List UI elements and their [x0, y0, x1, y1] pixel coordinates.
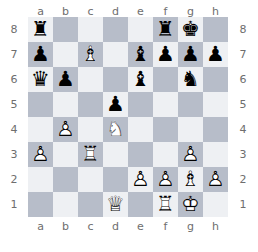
white-piece-outline: ♙	[156, 169, 175, 190]
square-g3[interactable]: ♟♙	[178, 142, 203, 167]
rank-label-right-6: 6	[228, 67, 258, 92]
square-c6[interactable]	[78, 67, 103, 92]
square-g4[interactable]	[178, 117, 203, 142]
square-g1[interactable]: ♚♔	[178, 192, 203, 217]
rank-label-right-3: 3	[228, 142, 258, 167]
square-h4[interactable]	[203, 117, 228, 142]
white-bishop-c7[interactable]: ♝♗	[78, 42, 103, 67]
black-pawn-a7[interactable]: ♟	[28, 42, 53, 67]
file-label-bottom-d: d	[103, 221, 128, 232]
square-d8[interactable]	[103, 17, 128, 42]
square-h5[interactable]	[203, 92, 228, 117]
file-label-top-a: a	[28, 6, 53, 17]
square-f3[interactable]	[153, 142, 178, 167]
file-label-bottom-e: e	[128, 221, 153, 232]
square-b4[interactable]: ♟♙	[53, 117, 78, 142]
white-piece-outline: ♖	[156, 194, 175, 215]
black-pawn-g7[interactable]: ♟	[178, 42, 203, 67]
black-bishop-e6[interactable]: ♝	[128, 67, 153, 92]
board: ♜♜♚♟♝♗♝♟♟♟♛♟♝♞♟♟♙♞♘♟♙♜♖♟♙♟♙♟♙♝♗♟♙♛♕♜♖♚♔	[28, 17, 228, 217]
white-piece-outline: ♙	[131, 169, 150, 190]
square-d2[interactable]	[103, 167, 128, 192]
rank-label-right-4: 4	[228, 117, 258, 142]
square-h1[interactable]	[203, 192, 228, 217]
rank-label-left-8: 8	[0, 17, 28, 42]
square-b2[interactable]	[53, 167, 78, 192]
file-label-top-e: e	[128, 6, 153, 17]
square-h7[interactable]: ♟	[203, 42, 228, 67]
rank-label-right-8: 8	[228, 17, 258, 42]
black-queen-a6[interactable]: ♛	[28, 67, 53, 92]
square-c5[interactable]	[78, 92, 103, 117]
square-f6[interactable]	[153, 67, 178, 92]
rank-label-right-1: 1	[228, 192, 258, 217]
black-knight-g6[interactable]: ♞	[178, 67, 203, 92]
square-f4[interactable]	[153, 117, 178, 142]
square-c2[interactable]	[78, 167, 103, 192]
file-labels-bottom: abcdefgh	[28, 217, 228, 252]
square-e6[interactable]: ♝	[128, 67, 153, 92]
chess-diagram: abcdefgh 87654321 ♜♜♚♟♝♗♝♟♟♟♛♟♝♞♟♟♙♞♘♟♙♜…	[0, 0, 258, 252]
white-piece-outline: ♙	[56, 119, 75, 140]
square-e3[interactable]	[128, 142, 153, 167]
square-f7[interactable]: ♟	[153, 42, 178, 67]
white-piece-outline: ♙	[181, 144, 200, 165]
square-c4[interactable]	[78, 117, 103, 142]
white-king-g1[interactable]: ♚♔	[178, 192, 203, 217]
square-a4[interactable]	[28, 117, 53, 142]
black-pawn-b6[interactable]: ♟	[53, 67, 78, 92]
white-piece-outline: ♙	[206, 169, 225, 190]
square-c7[interactable]: ♝♗	[78, 42, 103, 67]
black-rook-f8[interactable]: ♜	[153, 17, 178, 42]
file-label-bottom-c: c	[78, 221, 103, 232]
white-bishop-g2[interactable]: ♝♗	[178, 167, 203, 192]
white-piece-outline: ♙	[31, 144, 50, 165]
square-a3[interactable]: ♟♙	[28, 142, 53, 167]
square-f1[interactable]: ♜♖	[153, 192, 178, 217]
file-label-bottom-f: f	[153, 221, 178, 232]
white-pawn-h2[interactable]: ♟♙	[203, 167, 228, 192]
square-a2[interactable]	[28, 167, 53, 192]
white-knight-d4[interactable]: ♞♘	[103, 117, 128, 142]
file-label-top-c: c	[78, 6, 103, 17]
rank-labels-right: 87654321	[228, 17, 258, 217]
square-b5[interactable]	[53, 92, 78, 117]
square-d6[interactable]	[103, 67, 128, 92]
square-g6[interactable]: ♞	[178, 67, 203, 92]
black-pawn-f7[interactable]: ♟	[153, 42, 178, 67]
white-rook-f1[interactable]: ♜♖	[153, 192, 178, 217]
rank-label-left-2: 2	[0, 167, 28, 192]
black-king-g8[interactable]: ♚	[178, 17, 203, 42]
white-rook-c3[interactable]: ♜♖	[78, 142, 103, 167]
file-label-top-g: g	[178, 6, 203, 17]
rank-label-right-7: 7	[228, 42, 258, 67]
black-rook-a8[interactable]: ♜	[28, 17, 53, 42]
square-e2[interactable]: ♟♙	[128, 167, 153, 192]
square-a1[interactable]	[28, 192, 53, 217]
square-a6[interactable]: ♛	[28, 67, 53, 92]
rank-label-left-1: 1	[0, 192, 28, 217]
square-d5[interactable]: ♟	[103, 92, 128, 117]
square-f8[interactable]: ♜	[153, 17, 178, 42]
square-c8[interactable]	[78, 17, 103, 42]
square-d7[interactable]	[103, 42, 128, 67]
file-label-top-d: d	[103, 6, 128, 17]
square-a5[interactable]	[28, 92, 53, 117]
white-queen-d1[interactable]: ♛♕	[103, 192, 128, 217]
rank-label-left-6: 6	[0, 67, 28, 92]
square-g5[interactable]	[178, 92, 203, 117]
rank-labels-left: 87654321	[0, 17, 28, 217]
square-a8[interactable]: ♜	[28, 17, 53, 42]
file-label-bottom-g: g	[178, 221, 203, 232]
square-g8[interactable]: ♚	[178, 17, 203, 42]
square-g2[interactable]: ♝♗	[178, 167, 203, 192]
file-label-bottom-b: b	[53, 221, 78, 232]
black-bishop-e7[interactable]: ♝	[128, 42, 153, 67]
square-b7[interactable]	[53, 42, 78, 67]
white-pawn-a3[interactable]: ♟♙	[28, 142, 53, 167]
rank-label-left-7: 7	[0, 42, 28, 67]
rank-label-left-5: 5	[0, 92, 28, 117]
square-d1[interactable]: ♛♕	[103, 192, 128, 217]
white-pawn-e2[interactable]: ♟♙	[128, 167, 153, 192]
square-a7[interactable]: ♟	[28, 42, 53, 67]
file-label-bottom-a: a	[28, 221, 53, 232]
white-piece-outline: ♗	[81, 44, 100, 65]
square-f2[interactable]: ♟♙	[153, 167, 178, 192]
white-pawn-g3[interactable]: ♟♙	[178, 142, 203, 167]
rank-label-right-5: 5	[228, 92, 258, 117]
white-piece-outline: ♖	[81, 144, 100, 165]
white-piece-outline: ♔	[181, 194, 200, 215]
file-labels-top: abcdefgh	[28, 0, 228, 17]
rank-label-right-2: 2	[228, 167, 258, 192]
square-g7[interactable]: ♟	[178, 42, 203, 67]
square-b1[interactable]	[53, 192, 78, 217]
rank-label-left-4: 4	[0, 117, 28, 142]
square-h2[interactable]: ♟♙	[203, 167, 228, 192]
square-c1[interactable]	[78, 192, 103, 217]
file-label-top-b: b	[53, 6, 78, 17]
white-piece-outline: ♗	[181, 169, 200, 190]
file-label-bottom-h: h	[203, 221, 228, 232]
square-e7[interactable]: ♝	[128, 42, 153, 67]
white-piece-outline: ♕	[106, 194, 125, 215]
square-d3[interactable]	[103, 142, 128, 167]
file-label-top-f: f	[153, 6, 178, 17]
rank-label-left-3: 3	[0, 142, 28, 167]
square-b8[interactable]	[53, 17, 78, 42]
square-e5[interactable]	[128, 92, 153, 117]
square-h8[interactable]	[203, 17, 228, 42]
square-b3[interactable]	[53, 142, 78, 167]
square-e4[interactable]	[128, 117, 153, 142]
square-e8[interactable]	[128, 17, 153, 42]
file-label-top-h: h	[203, 6, 228, 17]
white-piece-outline: ♘	[106, 119, 125, 140]
square-h6[interactable]	[203, 67, 228, 92]
black-pawn-d5[interactable]: ♟	[103, 92, 128, 117]
square-f5[interactable]	[153, 92, 178, 117]
square-c3[interactable]: ♜♖	[78, 142, 103, 167]
black-pawn-h7[interactable]: ♟	[203, 42, 228, 67]
white-pawn-b4[interactable]: ♟♙	[53, 117, 78, 142]
square-h3[interactable]	[203, 142, 228, 167]
white-pawn-f2[interactable]: ♟♙	[153, 167, 178, 192]
square-e1[interactable]	[128, 192, 153, 217]
square-d4[interactable]: ♞♘	[103, 117, 128, 142]
square-b6[interactable]: ♟	[53, 67, 78, 92]
